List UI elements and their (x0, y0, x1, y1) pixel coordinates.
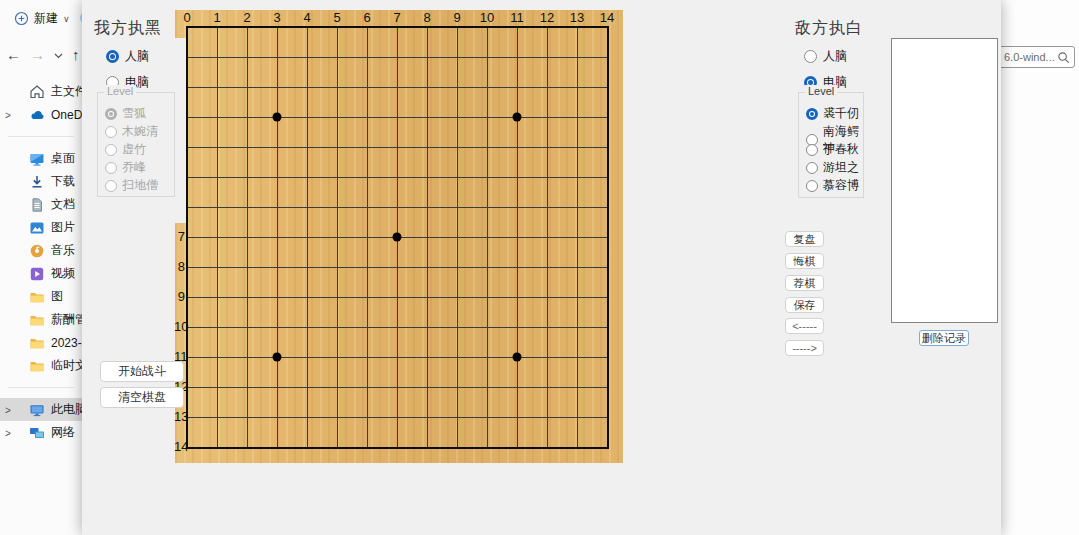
row-label: 9 (174, 289, 185, 304)
col-label: 6 (357, 10, 377, 25)
right-radio-human[interactable]: 人脑 (804, 48, 847, 65)
new-button-label: 新建 (34, 10, 58, 27)
file-explorer-right-pane: 6.0-wind... (1001, 0, 1079, 535)
left-level-option-0: 雪狐 (105, 105, 146, 122)
clear-board-button[interactable]: 清空棋盘 (100, 387, 184, 408)
row-label: 8 (174, 259, 185, 274)
sidebar-item-home[interactable]: 主文件夹 (0, 80, 82, 103)
board-left-label-mask (175, 38, 186, 223)
suggest-move-button[interactable]: 荐棋 (785, 275, 824, 291)
col-label: 14 (597, 10, 617, 25)
right-level-groupbox: Level 裘千仞 南海鳄神 丁春秋 游坦之 慕容博 (798, 92, 864, 198)
col-label: 3 (267, 10, 287, 25)
back-icon[interactable]: ← (6, 46, 21, 63)
start-battle-button[interactable]: 开始战斗 (100, 361, 184, 382)
step-back-button[interactable]: <----- (785, 318, 824, 334)
col-label: 10 (477, 10, 497, 25)
download-icon (29, 174, 45, 190)
sidebar-item-label: 音乐 (51, 242, 75, 259)
sidebar-item-label: 图 (51, 288, 63, 305)
right-level-option-2[interactable]: 丁春秋 (806, 141, 859, 158)
folder-icon (29, 358, 45, 374)
radio-selected-disabled-icon (105, 108, 117, 120)
step-forward-button[interactable]: -----> (785, 340, 824, 356)
sidebar-item-label: 视频 (51, 265, 75, 282)
radio-unselected-icon[interactable] (806, 162, 818, 174)
col-label: 1 (207, 10, 227, 25)
star-point (273, 353, 282, 362)
sidebar-item-label: 图片 (51, 219, 75, 236)
gomoku-game-window: 我方执黑 人脑 电脑 Level 雪狐 木婉清 虚竹 乔峰 扫地僧 (82, 0, 1001, 535)
picture-icon (29, 220, 45, 236)
folder-icon (29, 335, 45, 351)
row-label: 13 (174, 409, 185, 424)
new-button[interactable]: 新建 ∨ (14, 10, 70, 27)
sidebar-item-this-pc[interactable]: > 此电脑 (0, 398, 82, 421)
onedrive-cloud-icon (29, 107, 45, 123)
radio-selected-icon[interactable] (806, 108, 818, 120)
radio-unselected-icon[interactable] (804, 50, 817, 63)
sidebar-item-folder-tu[interactable]: 图 (0, 285, 82, 308)
folder-icon (29, 289, 45, 305)
row-label: 7 (174, 229, 185, 244)
search-input[interactable]: 6.0-wind... (995, 46, 1075, 68)
plus-circle-icon (14, 11, 29, 26)
sidebar-item-videos[interactable]: 视频 (0, 262, 82, 285)
sidebar-item-folder-2023-03[interactable]: 2023-03 (0, 331, 82, 354)
left-radio-human[interactable]: 人脑 (106, 48, 149, 65)
level-group-label: Level (805, 85, 837, 97)
radio-disabled-icon (105, 180, 117, 192)
radio-label: 人脑 (125, 48, 149, 65)
sidebar-item-label: 主文件夹 (51, 83, 82, 100)
file-explorer-left-pane: 新建 ∨ ← → ↑ 主文件夹 > OneDrive - P (0, 0, 82, 535)
left-level-option-3: 乔峰 (105, 159, 146, 176)
col-label: 13 (567, 10, 587, 25)
radio-disabled-icon (105, 126, 117, 138)
col-label: 12 (537, 10, 557, 25)
left-level-groupbox: Level 雪狐 木婉清 虚竹 乔峰 扫地僧 (97, 92, 175, 197)
col-label: 5 (327, 10, 347, 25)
radio-label: 人脑 (823, 48, 847, 65)
explorer-sidebar: 主文件夹 > OneDrive - P 桌面 下载 (0, 80, 82, 444)
level-group-label: Level (104, 85, 136, 97)
right-level-option-0[interactable]: 裘千仞 (806, 105, 859, 122)
nav-chevron-down-icon[interactable] (54, 53, 63, 59)
sidebar-item-label: 桌面 (51, 150, 75, 167)
radio-unselected-icon[interactable] (806, 180, 818, 192)
sidebar-item-downloads[interactable]: 下载 (0, 170, 82, 193)
col-label: 0 (177, 10, 197, 25)
forward-icon[interactable]: → (30, 46, 45, 63)
star-point (513, 353, 522, 362)
home-icon (29, 84, 45, 100)
sidebar-item-label: 薪酬管理 (51, 311, 82, 328)
radio-unselected-icon[interactable] (806, 144, 818, 156)
undo-move-button[interactable]: 悔棋 (785, 253, 824, 269)
sidebar-item-documents[interactable]: 文档 (0, 193, 82, 216)
left-level-option-1: 木婉清 (105, 123, 158, 140)
row-label: 14 (174, 439, 185, 454)
left-level-option-4: 扫地僧 (105, 177, 158, 194)
explorer-nav-row: ← → ↑ (6, 46, 82, 63)
sidebar-divider (8, 387, 74, 388)
sidebar-item-label: 此电脑 (51, 401, 82, 418)
up-icon[interactable]: ↑ (72, 46, 80, 63)
sidebar-item-desktop[interactable]: 桌面 (0, 147, 82, 170)
cut-icon-partial (72, 10, 82, 30)
chevron-right-icon[interactable]: > (5, 404, 11, 415)
document-icon (29, 197, 45, 213)
col-label: 8 (417, 10, 437, 25)
our-side-title: 我方执黑 (94, 18, 162, 39)
chevron-right-icon[interactable]: > (5, 427, 11, 438)
music-icon (29, 243, 45, 259)
network-icon (29, 425, 45, 441)
right-level-option-3[interactable]: 游坦之 (806, 159, 859, 176)
radio-selected-icon[interactable] (106, 50, 119, 63)
search-icon (1057, 51, 1070, 64)
star-point (393, 233, 402, 242)
sidebar-item-pictures[interactable]: 图片 (0, 216, 82, 239)
save-button[interactable]: 保存 (785, 297, 824, 313)
gomoku-board[interactable]: 0 1 2 3 4 5 6 7 8 9 10 11 12 13 14 7 8 9… (175, 10, 623, 463)
video-icon (29, 266, 45, 282)
this-pc-icon (29, 402, 45, 418)
sidebar-item-folder-temp[interactable]: 临时文件 (0, 354, 82, 377)
sidebar-item-label: 2023-03 (51, 336, 82, 350)
enemy-side-title: 敌方执白 (795, 18, 863, 39)
col-label: 7 (387, 10, 407, 25)
col-label: 4 (297, 10, 317, 25)
right-level-option-4[interactable]: 慕容博 (806, 177, 859, 194)
sidebar-item-onedrive[interactable]: > OneDrive - P (0, 103, 82, 126)
sidebar-item-label: OneDrive - P (51, 108, 82, 122)
sidebar-item-label: 文档 (51, 196, 75, 213)
folder-icon (29, 312, 45, 328)
chevron-down-icon: ∨ (63, 14, 70, 24)
search-text: 6.0-wind... (1004, 51, 1055, 63)
sidebar-item-folder-salary[interactable]: 薪酬管理 (0, 308, 82, 331)
star-point (273, 113, 282, 122)
sidebar-divider (8, 136, 74, 137)
radio-disabled-icon (105, 144, 117, 156)
star-point (513, 113, 522, 122)
left-level-option-2: 虚竹 (105, 141, 146, 158)
desktop-icon (29, 151, 45, 167)
sidebar-item-network[interactable]: > 网络 (0, 421, 82, 444)
col-label: 9 (447, 10, 467, 25)
chevron-right-icon[interactable]: > (5, 109, 11, 120)
row-label: 10 (174, 319, 185, 334)
col-label: 2 (237, 10, 257, 25)
move-record-listbox[interactable] (891, 38, 998, 323)
sidebar-item-label: 临时文件 (51, 357, 82, 374)
col-label: 11 (507, 10, 527, 25)
sidebar-item-label: 网络 (51, 424, 75, 441)
sidebar-item-label: 下载 (51, 173, 75, 190)
replay-button[interactable]: 复盘 (785, 231, 824, 247)
delete-record-button[interactable]: 删除记录 (919, 330, 969, 346)
radio-disabled-icon (105, 162, 117, 174)
sidebar-item-music[interactable]: 音乐 (0, 239, 82, 262)
